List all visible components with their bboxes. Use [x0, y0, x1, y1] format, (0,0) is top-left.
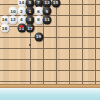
table-background — [0, 88, 100, 100]
move-number: 9 — [46, 9, 49, 13]
move-number: 6 — [37, 9, 40, 13]
last-move-marker-icon — [20, 25, 24, 29]
move-number: 5 — [29, 1, 32, 5]
move-number: 7 — [37, 1, 40, 5]
move-number: 14 — [19, 1, 25, 5]
move-number: 18 — [2, 26, 8, 30]
move-number: 3 — [29, 18, 32, 22]
white-stone[interactable]: 18 — [0, 24, 9, 33]
move-number: 15 — [53, 1, 59, 5]
gomoku-app-window: 1457131510216916124381118211719 — [0, 0, 100, 100]
move-number: 19 — [36, 35, 42, 39]
move-number: 13 — [44, 1, 50, 5]
move-number: 17 — [27, 26, 33, 30]
move-number: 11 — [44, 18, 50, 22]
star-point — [29, 44, 31, 46]
move-number: 2 — [20, 9, 23, 13]
move-number: 4 — [20, 18, 23, 22]
black-stone[interactable]: 17 — [26, 24, 35, 33]
move-number: 8 — [37, 18, 40, 22]
go-board[interactable]: 1457131510216916124381118211719 — [0, 0, 100, 84]
black-stone[interactable]: 11 — [43, 15, 52, 24]
move-number: 1 — [29, 9, 32, 13]
move-number: 10 — [10, 9, 16, 13]
black-stone[interactable]: 19 — [34, 32, 43, 41]
move-number: 12 — [10, 18, 16, 22]
move-number: 16 — [2, 18, 8, 22]
